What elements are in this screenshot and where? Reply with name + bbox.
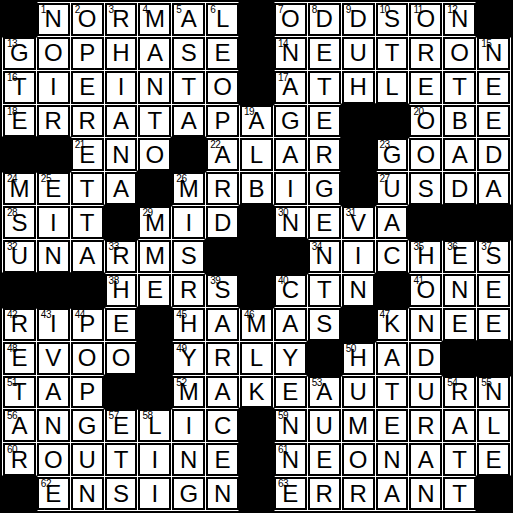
cell-letter: E — [5, 346, 34, 370]
cell-r1c5[interactable]: S — [172, 37, 205, 70]
cell-r8c14[interactable]: E — [477, 274, 510, 307]
cell-r9c5[interactable]: 45H — [172, 308, 205, 341]
cell-letter: N — [39, 244, 68, 268]
cell-r7c11[interactable]: C — [376, 240, 409, 273]
cell-letter: Y — [276, 346, 305, 370]
cell-r12c8[interactable]: 59N — [274, 409, 307, 442]
cell-r0c2[interactable]: 2O — [71, 3, 104, 36]
cell-r1c3[interactable]: H — [105, 37, 138, 70]
cell-r13c14[interactable]: E — [477, 443, 510, 476]
cell-r13c13[interactable]: T — [443, 443, 476, 476]
cell-r5c11[interactable]: 27U — [376, 172, 409, 205]
cell-letter: G — [378, 143, 407, 167]
cell-letter: A — [140, 41, 169, 65]
cell-r1c14[interactable]: 15N — [477, 37, 510, 70]
cell-r1c2[interactable]: P — [71, 37, 104, 70]
cell-letter: M — [140, 7, 169, 31]
cell-r14c10[interactable]: R — [342, 477, 375, 510]
cell-r7c0[interactable]: 32U — [3, 240, 36, 273]
cell-letter: U — [310, 414, 339, 438]
cell-r2c6[interactable]: O — [206, 71, 239, 104]
cell-letter: E — [276, 482, 305, 506]
cell-r9c6[interactable]: A — [206, 308, 239, 341]
black-square — [274, 240, 307, 273]
black-square — [3, 3, 36, 36]
cell-r14c1[interactable]: 62E — [37, 477, 70, 510]
cell-letter: M — [140, 244, 169, 268]
cell-letter: E — [479, 75, 508, 99]
cell-letter: R — [174, 278, 203, 302]
cell-r14c5[interactable]: G — [172, 477, 205, 510]
cell-letter: H — [344, 346, 373, 370]
cell-r9c12[interactable]: N — [409, 308, 442, 341]
cell-r7c5[interactable]: S — [172, 240, 205, 273]
cell-letter: G — [276, 109, 305, 133]
cell-r13c2[interactable]: U — [71, 443, 104, 476]
cell-r3c1[interactable]: R — [37, 105, 70, 138]
cell-r12c11[interactable]: E — [376, 409, 409, 442]
cell-r7c14[interactable]: 37S — [477, 240, 510, 273]
cell-r4c7[interactable]: L — [240, 138, 273, 171]
cell-r3c3[interactable]: A — [105, 105, 138, 138]
cell-letter: N — [411, 312, 440, 336]
cell-r13c5[interactable]: N — [172, 443, 205, 476]
cell-r5c13[interactable]: D — [443, 172, 476, 205]
cell-letter: A — [39, 380, 68, 404]
cell-r13c1[interactable]: O — [37, 443, 70, 476]
cell-r6c11[interactable]: A — [376, 206, 409, 239]
cell-letter: I — [140, 448, 169, 472]
cell-r2c10[interactable]: H — [342, 71, 375, 104]
cell-r2c8[interactable]: 17A — [274, 71, 307, 104]
cell-letter: R — [208, 177, 237, 201]
cell-r6c9[interactable]: E — [308, 206, 341, 239]
cell-r10c0[interactable]: 48E — [3, 342, 36, 375]
cell-r12c1[interactable]: N — [37, 409, 70, 442]
cell-letter: R — [5, 312, 34, 336]
cell-letter: N — [445, 7, 474, 31]
cell-r6c2[interactable]: T — [71, 206, 104, 239]
cell-r4c4[interactable]: O — [138, 138, 171, 171]
cell-r11c6[interactable]: A — [206, 376, 239, 409]
cell-r10c11[interactable]: A — [376, 342, 409, 375]
cell-r9c9[interactable]: S — [308, 308, 341, 341]
cell-r7c3[interactable]: 33R — [105, 240, 138, 273]
cell-r6c8[interactable]: 30N — [274, 206, 307, 239]
cell-letter: O — [39, 448, 68, 472]
cell-r3c12[interactable]: 20O — [409, 105, 442, 138]
cell-letter: O — [208, 75, 237, 99]
cell-r13c10[interactable]: O — [342, 443, 375, 476]
cell-r12c3[interactable]: 57E — [105, 409, 138, 442]
cell-r5c1[interactable]: 25E — [37, 172, 70, 205]
cell-r7c12[interactable]: 35H — [409, 240, 442, 273]
cell-r0c9[interactable]: 8D — [308, 3, 341, 36]
cell-r8c5[interactable]: R — [172, 274, 205, 307]
cell-r5c5[interactable]: 26M — [172, 172, 205, 205]
cell-letter: O — [140, 143, 169, 167]
cell-r1c6[interactable]: E — [206, 37, 239, 70]
cell-r13c4[interactable]: I — [138, 443, 171, 476]
black-square — [477, 477, 510, 510]
cell-letter: N — [140, 75, 169, 99]
cell-r6c0[interactable]: 28S — [3, 206, 36, 239]
cell-r12c12[interactable]: R — [409, 409, 442, 442]
cell-r2c3[interactable]: I — [105, 71, 138, 104]
cell-r8c13[interactable]: N — [443, 274, 476, 307]
cell-letter: C — [276, 278, 305, 302]
cell-r1c11[interactable]: T — [376, 37, 409, 70]
cell-r11c7[interactable]: K — [240, 376, 273, 409]
cell-letter: E — [479, 109, 508, 133]
cell-letter: D — [411, 346, 440, 370]
cell-r9c14[interactable]: E — [477, 308, 510, 341]
black-square — [240, 443, 273, 476]
cell-letter: N — [276, 448, 305, 472]
cell-letter: S — [479, 244, 508, 268]
cell-r3c14[interactable]: E — [477, 105, 510, 138]
cell-r14c13[interactable]: T — [443, 477, 476, 510]
cell-r8c4[interactable]: E — [138, 274, 171, 307]
cell-r3c13[interactable]: B — [443, 105, 476, 138]
cell-letter: L — [140, 414, 169, 438]
cell-r1c13[interactable]: O — [443, 37, 476, 70]
cell-r0c3[interactable]: 3R — [105, 3, 138, 36]
cell-letter: L — [242, 143, 271, 167]
cell-letter: S — [208, 278, 237, 302]
cell-r13c9[interactable]: E — [308, 443, 341, 476]
cell-letter: E — [140, 278, 169, 302]
cell-letter: N — [378, 448, 407, 472]
black-square — [172, 138, 205, 171]
cell-r11c11[interactable]: T — [376, 376, 409, 409]
cell-r3c4[interactable]: T — [138, 105, 171, 138]
cell-letter: A — [276, 312, 305, 336]
cell-letter: N — [479, 41, 508, 65]
cell-r11c0[interactable]: 51T — [3, 376, 36, 409]
cell-r9c8[interactable]: A — [274, 308, 307, 341]
cell-r3c0[interactable]: 18E — [3, 105, 36, 138]
cell-r1c10[interactable]: U — [342, 37, 375, 70]
cell-r2c14[interactable]: E — [477, 71, 510, 104]
cell-r2c0[interactable]: 16T — [3, 71, 36, 104]
crossword-grid: 1N2O3R4M5A6L7O8D9D10S11O12N13GOPHASE14NE… — [0, 0, 513, 513]
cell-r0c10[interactable]: 9D — [342, 3, 375, 36]
cell-letter: A — [411, 448, 440, 472]
cell-letter: A — [208, 143, 237, 167]
cell-letter: H — [174, 312, 203, 336]
cell-r7c2[interactable]: A — [71, 240, 104, 273]
cell-r12c2[interactable]: G — [71, 409, 104, 442]
cell-letter: R — [39, 109, 68, 133]
cell-r10c1[interactable]: V — [37, 342, 70, 375]
cell-letter: B — [242, 177, 271, 201]
cell-r0c1[interactable]: 1N — [37, 3, 70, 36]
cell-letter: C — [378, 244, 407, 268]
cell-r10c6[interactable]: R — [206, 342, 239, 375]
black-square — [443, 342, 476, 375]
cell-letter: E — [5, 109, 34, 133]
cell-letter: I — [174, 211, 203, 235]
cell-r4c9[interactable]: R — [308, 138, 341, 171]
cell-r10c10[interactable]: 50H — [342, 342, 375, 375]
black-square — [376, 274, 409, 307]
cell-r12c6[interactable]: C — [206, 409, 239, 442]
cell-r12c5[interactable]: I — [172, 409, 205, 442]
cell-r12c14[interactable]: L — [477, 409, 510, 442]
black-square — [376, 105, 409, 138]
cell-letter: O — [445, 41, 474, 65]
black-square — [240, 71, 273, 104]
cell-r5c2[interactable]: T — [71, 172, 104, 205]
cell-r14c3[interactable]: S — [105, 477, 138, 510]
cell-r8c3[interactable]: 38H — [105, 274, 138, 307]
cell-letter: S — [174, 41, 203, 65]
cell-r3c9[interactable]: E — [308, 105, 341, 138]
cell-r1c9[interactable]: E — [308, 37, 341, 70]
cell-r4c14[interactable]: D — [477, 138, 510, 171]
cell-r9c7[interactable]: 46M — [240, 308, 273, 341]
cell-r6c1[interactable]: I — [37, 206, 70, 239]
cell-r8c9[interactable]: T — [308, 274, 341, 307]
cell-r4c3[interactable]: N — [105, 138, 138, 171]
cell-letter: E — [73, 75, 102, 99]
cell-r6c4[interactable]: 29M — [138, 206, 171, 239]
cell-letter: O — [276, 7, 305, 31]
cell-r8c6[interactable]: 39S — [206, 274, 239, 307]
cell-letter: H — [107, 41, 136, 65]
cell-r12c0[interactable]: 56A — [3, 409, 36, 442]
cell-letter: E — [310, 109, 339, 133]
cell-letter: T — [445, 482, 474, 506]
cell-letter: I — [107, 75, 136, 99]
cell-r10c5[interactable]: 49Y — [172, 342, 205, 375]
black-square — [138, 376, 171, 409]
cell-letter: S — [411, 177, 440, 201]
cell-letter: E — [310, 41, 339, 65]
cell-r11c2[interactable]: P — [71, 376, 104, 409]
cell-r9c2[interactable]: 44P — [71, 308, 104, 341]
cell-letter: A — [107, 109, 136, 133]
cell-r4c6[interactable]: 22A — [206, 138, 239, 171]
cell-r14c11[interactable]: A — [376, 477, 409, 510]
cell-r4c8[interactable]: A — [274, 138, 307, 171]
cell-r10c8[interactable]: Y — [274, 342, 307, 375]
cell-letter: R — [107, 244, 136, 268]
cell-letter: H — [344, 75, 373, 99]
cell-r2c1[interactable]: I — [37, 71, 70, 104]
cell-r4c13[interactable]: A — [443, 138, 476, 171]
cell-r14c9[interactable]: R — [308, 477, 341, 510]
black-square — [206, 240, 239, 273]
cell-r12c13[interactable]: A — [443, 409, 476, 442]
cell-r13c11[interactable]: N — [376, 443, 409, 476]
black-square — [477, 206, 510, 239]
black-square — [105, 206, 138, 239]
cell-r7c4[interactable]: M — [138, 240, 171, 273]
cell-r2c12[interactable]: E — [409, 71, 442, 104]
cell-letter: O — [411, 143, 440, 167]
cell-r0c13[interactable]: 12N — [443, 3, 476, 36]
cell-letter: L — [378, 75, 407, 99]
cell-r5c3[interactable]: A — [105, 172, 138, 205]
cell-letter: E — [310, 448, 339, 472]
cell-r14c2[interactable]: N — [71, 477, 104, 510]
cell-r2c11[interactable]: L — [376, 71, 409, 104]
cell-r11c9[interactable]: 53A — [308, 376, 341, 409]
cell-letter: T — [73, 177, 102, 201]
cell-r7c1[interactable]: N — [37, 240, 70, 273]
cell-r12c4[interactable]: 58L — [138, 409, 171, 442]
cell-r7c9[interactable]: 34N — [308, 240, 341, 273]
cell-r9c3[interactable]: E — [105, 308, 138, 341]
cell-letter: O — [411, 278, 440, 302]
cell-r9c1[interactable]: 43I — [37, 308, 70, 341]
cell-r11c10[interactable]: U — [342, 376, 375, 409]
black-square — [240, 409, 273, 442]
cell-r2c5[interactable]: T — [172, 71, 205, 104]
cell-r5c0[interactable]: 24M — [3, 172, 36, 205]
cell-r13c6[interactable]: E — [206, 443, 239, 476]
cell-letter: E — [445, 312, 474, 336]
cell-r13c3[interactable]: T — [105, 443, 138, 476]
black-square — [342, 308, 375, 341]
cell-letter: A — [174, 7, 203, 31]
cell-letter: N — [411, 482, 440, 506]
cell-letter: U — [5, 244, 34, 268]
cell-r1c8[interactable]: 14N — [274, 37, 307, 70]
cell-letter: P — [73, 41, 102, 65]
cell-letter: N — [208, 482, 237, 506]
cell-r8c8[interactable]: 40C — [274, 274, 307, 307]
cell-r3c5[interactable]: A — [172, 105, 205, 138]
cell-r10c2[interactable]: O — [71, 342, 104, 375]
cell-r3c7[interactable]: 19A — [240, 105, 273, 138]
cell-letter: G — [310, 177, 339, 201]
cell-letter: T — [140, 109, 169, 133]
cell-letter: U — [344, 41, 373, 65]
cell-r2c2[interactable]: E — [71, 71, 104, 104]
cell-letter: R — [344, 482, 373, 506]
cell-r13c0[interactable]: 60R — [3, 443, 36, 476]
cell-r11c1[interactable]: A — [37, 376, 70, 409]
cell-r4c11[interactable]: 23G — [376, 138, 409, 171]
cell-r0c4[interactable]: 4M — [138, 3, 171, 36]
cell-letter: S — [378, 7, 407, 31]
cell-letter: T — [445, 448, 474, 472]
cell-r10c7[interactable]: L — [240, 342, 273, 375]
cell-letter: T — [310, 278, 339, 302]
cell-r3c6[interactable]: P — [206, 105, 239, 138]
cell-letter: T — [445, 75, 474, 99]
cell-letter: P — [73, 312, 102, 336]
cell-letter: A — [445, 414, 474, 438]
cell-r11c14[interactable]: 55N — [477, 376, 510, 409]
cell-r1c12[interactable]: R — [409, 37, 442, 70]
cell-r5c7[interactable]: B — [240, 172, 273, 205]
cell-letter: M — [242, 312, 271, 336]
cell-letter: K — [242, 380, 271, 404]
cell-r3c2[interactable]: R — [71, 105, 104, 138]
cell-r11c12[interactable]: U — [409, 376, 442, 409]
cell-letter: N — [174, 448, 203, 472]
cell-r0c6[interactable]: 6L — [206, 3, 239, 36]
cell-r14c8[interactable]: 63E — [274, 477, 307, 510]
cell-r11c5[interactable]: 52M — [172, 376, 205, 409]
cell-r9c0[interactable]: 42R — [3, 308, 36, 341]
cell-r1c1[interactable]: O — [37, 37, 70, 70]
cell-r6c5[interactable]: I — [172, 206, 205, 239]
cell-letter: S — [107, 482, 136, 506]
cell-r5c9[interactable]: G — [308, 172, 341, 205]
cell-r9c13[interactable]: E — [443, 308, 476, 341]
cell-r6c10[interactable]: 31V — [342, 206, 375, 239]
cell-r5c6[interactable]: R — [206, 172, 239, 205]
cell-r4c12[interactable]: O — [409, 138, 442, 171]
cell-r7c10[interactable]: I — [342, 240, 375, 273]
cell-r0c5[interactable]: 5A — [172, 3, 205, 36]
cell-letter: H — [107, 278, 136, 302]
cell-letter: O — [107, 346, 136, 370]
cell-letter: A — [73, 244, 102, 268]
cell-r14c6[interactable]: N — [206, 477, 239, 510]
cell-r0c8[interactable]: 7O — [274, 3, 307, 36]
cell-r10c3[interactable]: O — [105, 342, 138, 375]
cell-r5c8[interactable]: I — [274, 172, 307, 205]
cell-r6c6[interactable]: D — [206, 206, 239, 239]
cell-r4c2[interactable]: 21E — [71, 138, 104, 171]
cell-letter: R — [5, 448, 34, 472]
cell-r10c12[interactable]: D — [409, 342, 442, 375]
cell-r2c13[interactable]: T — [443, 71, 476, 104]
cell-r11c13[interactable]: 54R — [443, 376, 476, 409]
cell-letter: E — [479, 448, 508, 472]
black-square — [105, 376, 138, 409]
cell-letter: E — [445, 244, 474, 268]
cell-letter: R — [411, 41, 440, 65]
cell-r7c13[interactable]: 36E — [443, 240, 476, 273]
cell-r5c14[interactable]: A — [477, 172, 510, 205]
cell-r14c12[interactable]: N — [409, 477, 442, 510]
cell-r0c12[interactable]: 11O — [409, 3, 442, 36]
cell-r5c12[interactable]: S — [409, 172, 442, 205]
black-square — [240, 274, 273, 307]
cell-r2c9[interactable]: T — [308, 71, 341, 104]
cell-r14c4[interactable]: I — [138, 477, 171, 510]
cell-letter: L — [242, 346, 271, 370]
cell-letter: E — [310, 211, 339, 235]
cell-r8c10[interactable]: N — [342, 274, 375, 307]
cell-r8c12[interactable]: 41O — [409, 274, 442, 307]
cell-r1c0[interactable]: 13G — [3, 37, 36, 70]
cell-r13c12[interactable]: A — [409, 443, 442, 476]
cell-letter: E — [107, 312, 136, 336]
cell-letter: T — [310, 75, 339, 99]
cell-r9c11[interactable]: 47K — [376, 308, 409, 341]
cell-r12c10[interactable]: M — [342, 409, 375, 442]
cell-r2c4[interactable]: N — [138, 71, 171, 104]
cell-letter: A — [378, 346, 407, 370]
cell-r12c9[interactable]: U — [308, 409, 341, 442]
cell-r1c4[interactable]: A — [138, 37, 171, 70]
cell-letter: I — [276, 177, 305, 201]
cell-letter: D — [208, 211, 237, 235]
cell-r11c8[interactable]: E — [274, 376, 307, 409]
cell-r13c8[interactable]: 61N — [274, 443, 307, 476]
cell-r3c8[interactable]: G — [274, 105, 307, 138]
cell-r0c11[interactable]: 10S — [376, 3, 409, 36]
cell-letter: M — [174, 380, 203, 404]
